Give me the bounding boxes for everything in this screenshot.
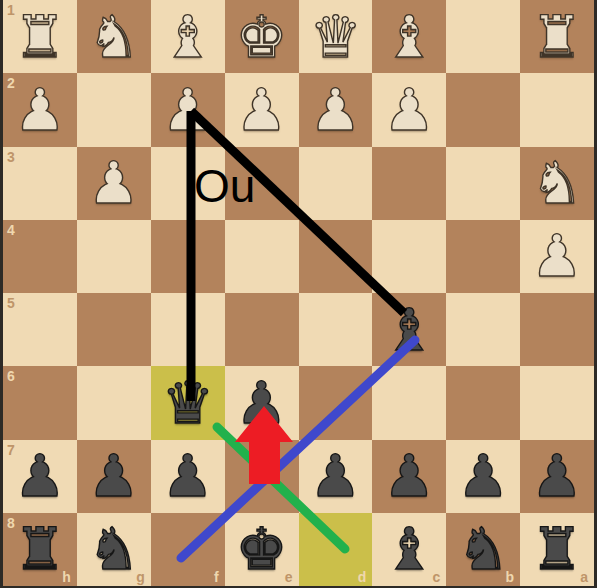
square-b7[interactable]: ♟ (446, 440, 520, 513)
square-c4[interactable] (372, 220, 446, 293)
square-g2[interactable] (77, 73, 151, 146)
rank-label-3: 3 (7, 149, 15, 165)
file-label-a: a (580, 569, 588, 585)
piece-white-bishop: ♝ (372, 0, 446, 73)
square-c2[interactable]: ♟ (372, 73, 446, 146)
piece-black-pawn: ♟ (372, 440, 446, 513)
square-h8[interactable]: 8h♜ (3, 513, 77, 586)
piece-black-pawn: ♟ (151, 440, 225, 513)
square-g4[interactable] (77, 220, 151, 293)
rank-label-6: 6 (7, 368, 15, 384)
square-f7[interactable]: ♟ (151, 440, 225, 513)
rank-label-4: 4 (7, 222, 15, 238)
square-h3[interactable]: 3 (3, 147, 77, 220)
square-e7[interactable] (225, 440, 299, 513)
piece-white-pawn: ♟ (299, 73, 373, 146)
square-g3[interactable]: ♟ (77, 147, 151, 220)
rank-label-5: 5 (7, 295, 15, 311)
square-a1[interactable]: ♜ (520, 0, 594, 73)
square-a5[interactable] (520, 293, 594, 366)
square-h1[interactable]: 1♜ (3, 0, 77, 73)
square-b5[interactable] (446, 293, 520, 366)
page-background: 1♜♞♝♚♛♝♜2♟♟♟♟♟3♟♞4♟5♝6♛♟7♟♟♟♟♟♟♟8h♜g♞fe♚… (0, 0, 597, 588)
square-h5[interactable]: 5 (3, 293, 77, 366)
square-f3[interactable] (151, 147, 225, 220)
square-a4[interactable]: ♟ (520, 220, 594, 293)
file-label-e: e (285, 569, 293, 585)
square-d2[interactable]: ♟ (299, 73, 373, 146)
square-h6[interactable]: 6 (3, 366, 77, 439)
square-c5[interactable]: ♝ (372, 293, 446, 366)
rank-label-2: 2 (7, 75, 15, 91)
square-h4[interactable]: 4 (3, 220, 77, 293)
square-d8[interactable]: d (299, 513, 373, 586)
piece-white-pawn: ♟ (372, 73, 446, 146)
file-label-c: c (432, 569, 440, 585)
square-b3[interactable] (446, 147, 520, 220)
square-a3[interactable]: ♞ (520, 147, 594, 220)
square-g6[interactable] (77, 366, 151, 439)
square-a6[interactable] (520, 366, 594, 439)
piece-black-pawn: ♟ (77, 440, 151, 513)
square-d1[interactable]: ♛ (299, 0, 373, 73)
piece-black-pawn: ♟ (520, 440, 594, 513)
square-b1[interactable] (446, 0, 520, 73)
piece-white-bishop: ♝ (151, 0, 225, 73)
piece-white-knight: ♞ (520, 147, 594, 220)
square-e6[interactable]: ♟ (225, 366, 299, 439)
square-g7[interactable]: ♟ (77, 440, 151, 513)
piece-black-pawn: ♟ (225, 366, 299, 439)
chess-board: 1♜♞♝♚♛♝♜2♟♟♟♟♟3♟♞4♟5♝6♛♟7♟♟♟♟♟♟♟8h♜g♞fe♚… (3, 0, 594, 586)
piece-black-bishop: ♝ (372, 293, 446, 366)
square-h2[interactable]: 2♟ (3, 73, 77, 146)
square-h7[interactable]: 7♟ (3, 440, 77, 513)
square-b4[interactable] (446, 220, 520, 293)
square-e1[interactable]: ♚ (225, 0, 299, 73)
square-g1[interactable]: ♞ (77, 0, 151, 73)
square-a8[interactable]: a♜ (520, 513, 594, 586)
square-d7[interactable]: ♟ (299, 440, 373, 513)
square-d6[interactable] (299, 366, 373, 439)
piece-white-knight: ♞ (77, 0, 151, 73)
square-g8[interactable]: g♞ (77, 513, 151, 586)
square-e2[interactable]: ♟ (225, 73, 299, 146)
piece-black-pawn: ♟ (299, 440, 373, 513)
piece-white-pawn: ♟ (225, 73, 299, 146)
square-f2[interactable]: ♟ (151, 73, 225, 146)
square-c7[interactable]: ♟ (372, 440, 446, 513)
square-b8[interactable]: b♞ (446, 513, 520, 586)
square-f8[interactable]: f (151, 513, 225, 586)
piece-white-pawn: ♟ (77, 147, 151, 220)
square-d3[interactable] (299, 147, 373, 220)
square-e8[interactable]: e♚ (225, 513, 299, 586)
piece-black-queen: ♛ (151, 366, 225, 439)
square-e5[interactable] (225, 293, 299, 366)
square-b6[interactable] (446, 366, 520, 439)
square-a7[interactable]: ♟ (520, 440, 594, 513)
file-label-g: g (136, 569, 145, 585)
piece-white-queen: ♛ (299, 0, 373, 73)
piece-black-pawn: ♟ (446, 440, 520, 513)
piece-white-pawn: ♟ (520, 220, 594, 293)
piece-white-rook: ♜ (520, 0, 594, 73)
square-f4[interactable] (151, 220, 225, 293)
square-e3[interactable] (225, 147, 299, 220)
square-f6[interactable]: ♛ (151, 366, 225, 439)
square-d5[interactable] (299, 293, 373, 366)
file-label-d: d (358, 569, 367, 585)
square-f5[interactable] (151, 293, 225, 366)
file-label-b: b (506, 569, 515, 585)
piece-white-pawn: ♟ (151, 73, 225, 146)
piece-white-king: ♚ (225, 0, 299, 73)
square-b2[interactable] (446, 73, 520, 146)
file-label-f: f (214, 569, 219, 585)
rank-label-7: 7 (7, 442, 15, 458)
square-d4[interactable] (299, 220, 373, 293)
square-c8[interactable]: c♝ (372, 513, 446, 586)
square-e4[interactable] (225, 220, 299, 293)
left-edge-strip (0, 0, 3, 588)
rank-label-8: 8 (7, 515, 15, 531)
file-label-h: h (62, 569, 71, 585)
square-g5[interactable] (77, 293, 151, 366)
square-a2[interactable] (520, 73, 594, 146)
square-c1[interactable]: ♝ (372, 0, 446, 73)
square-c3[interactable] (372, 147, 446, 220)
square-c6[interactable] (372, 366, 446, 439)
rank-label-1: 1 (7, 2, 15, 18)
square-f1[interactable]: ♝ (151, 0, 225, 73)
